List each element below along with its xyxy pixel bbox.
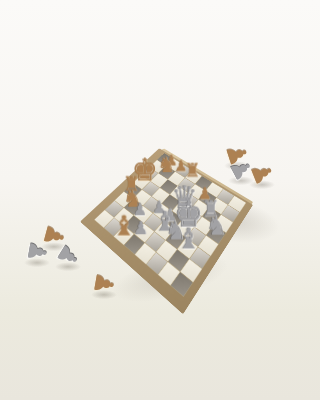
- captured-silver-pawn: ♟: [23, 239, 50, 264]
- captured-piece-shadow: [24, 258, 50, 267]
- product-photo-scene: ♟♟♜♞♟♜♚♛♞♜♟♟♚♞♟♝♞♝♟♝ ♟♟♟♟♟♟♟: [0, 0, 284, 400]
- captured-silver-pawn: ♟: [225, 155, 256, 185]
- captured-piece-shadow: [41, 242, 67, 251]
- captured-wood-pawn: ♟: [246, 159, 278, 189]
- captured-piece-shadow: [228, 176, 254, 185]
- captured-wood-pawn: ♟: [90, 271, 119, 297]
- board-grid: ♟♟♜♞♟♜♚♛♞♜♟♟♚♞♟♝♞♝♟♝: [94, 153, 246, 297]
- captured-wood-pawn: ♟: [222, 140, 253, 169]
- captured-silver-pawn: ♟: [52, 240, 84, 271]
- captured-piece-shadow: [91, 290, 117, 299]
- board-frame: ♟♟♜♞♟♜♚♛♞♜♟♟♚♞♟♝♞♝♟♝: [87, 148, 254, 307]
- captured-piece-shadow: [55, 262, 81, 271]
- captured-wood-pawn: ♟: [39, 222, 69, 250]
- captured-piece-shadow: [249, 180, 275, 189]
- captured-piece-shadow: [224, 161, 250, 170]
